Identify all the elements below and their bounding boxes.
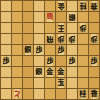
cell-8d[interactable] [12,34,22,44]
cell-8h[interactable] [12,78,22,88]
cell-4c[interactable]: 王 [56,23,66,33]
piece-sente-3f[interactable]: 歩 [67,56,77,66]
cell-4b[interactable] [56,12,66,22]
piece-sente-7e[interactable]: 銀 [23,45,33,55]
cell-2g[interactable] [78,67,88,77]
cell-1g[interactable] [89,67,99,77]
cell-7h[interactable] [23,78,33,88]
piece-sente-5g[interactable]: 金 [45,67,55,77]
piece-sente-1f[interactable]: 歩 [89,56,99,66]
cell-2d[interactable] [78,34,88,44]
cell-8a[interactable] [12,1,22,11]
shogi-board: 金桂香馬銀王歩飛歩歩歩銀歩歩歩歩歩歩銀金金玉と桂香 [0,0,100,100]
cell-9i[interactable] [1,89,11,99]
cell-7d[interactable] [23,34,33,44]
cell-8e[interactable] [12,45,22,55]
cell-4e[interactable]: 歩 [56,45,66,55]
cell-3e[interactable] [67,45,77,55]
piece-gote-2c[interactable]: 歩 [78,23,88,33]
piece-sente-9f[interactable]: 歩 [1,56,11,66]
cell-6f[interactable] [34,56,44,66]
cell-2e[interactable] [78,45,88,55]
piece-sente-4e[interactable]: 歩 [56,45,66,55]
cell-3c[interactable] [67,23,77,33]
cell-3b[interactable]: 銀 [67,12,77,22]
cell-2a[interactable]: 桂 [78,1,88,11]
piece-gote-3d[interactable]: 歩 [67,34,77,44]
piece-sente-1i[interactable]: 香 [89,89,99,99]
cell-8f[interactable] [12,56,22,66]
cell-4f[interactable] [56,56,66,66]
cell-5b[interactable]: 馬 [45,12,55,22]
cell-1d[interactable]: 歩 [89,34,99,44]
cell-1a[interactable]: 香 [89,1,99,11]
cell-7f[interactable] [23,56,33,66]
cell-6e[interactable]: 歩 [34,45,44,55]
cell-5h[interactable] [45,78,55,88]
cell-6g[interactable]: 銀 [34,67,44,77]
cell-9e[interactable] [1,45,11,55]
piece-sente-5b[interactable]: 馬 [45,12,55,22]
cell-9h[interactable] [1,78,11,88]
cell-7a[interactable] [23,1,33,11]
cell-3h[interactable] [67,78,77,88]
cell-6c[interactable] [34,23,44,33]
cell-1i[interactable]: 香 [89,89,99,99]
cell-1f[interactable]: 歩 [89,56,99,66]
cell-5f[interactable]: 歩 [45,56,55,66]
cell-1h[interactable] [89,78,99,88]
cell-3d[interactable]: 歩 [67,34,77,44]
piece-gote-1d[interactable]: 歩 [89,34,99,44]
cell-5g[interactable]: 金 [45,67,55,77]
cell-6b[interactable] [34,12,44,22]
cell-4a[interactable]: 金 [56,1,66,11]
piece-sente-6e[interactable]: 歩 [34,45,44,55]
cell-4i[interactable] [56,89,66,99]
cell-9g[interactable] [1,67,11,77]
cell-3g[interactable] [67,67,77,77]
piece-sente-4g[interactable]: 金 [56,67,66,77]
piece-gote-4c[interactable]: 王 [56,23,66,33]
cell-5a[interactable] [45,1,55,11]
cell-3a[interactable] [67,1,77,11]
piece-sente-5f[interactable]: 歩 [45,56,55,66]
cell-5i[interactable] [45,89,55,99]
piece-sente-2i[interactable]: 桂 [78,89,88,99]
cell-6a[interactable] [34,1,44,11]
cell-5d[interactable]: 飛 [45,34,55,44]
cell-2h[interactable] [78,78,88,88]
cell-9a[interactable] [1,1,11,11]
cell-7b[interactable] [23,12,33,22]
cell-1c[interactable] [89,23,99,33]
cell-3f[interactable]: 歩 [67,56,77,66]
cell-2b[interactable] [78,12,88,22]
piece-gote-4d[interactable]: 歩 [56,34,66,44]
piece-gote-8i[interactable]: と [12,89,22,99]
cell-7c[interactable] [23,23,33,33]
cell-8b[interactable] [12,12,22,22]
cell-6h[interactable] [34,78,44,88]
cell-7e[interactable]: 銀 [23,45,33,55]
cell-1b[interactable] [89,12,99,22]
cell-4d[interactable]: 歩 [56,34,66,44]
cell-7i[interactable] [23,89,33,99]
piece-gote-2a[interactable]: 桂 [78,1,88,11]
piece-gote-3b[interactable]: 銀 [67,12,77,22]
cell-6i[interactable] [34,89,44,99]
piece-sente-6g[interactable]: 銀 [34,67,44,77]
cell-2f[interactable] [78,56,88,66]
cell-5e[interactable] [45,45,55,55]
cell-4h[interactable]: 玉 [56,78,66,88]
cell-2i[interactable]: 桂 [78,89,88,99]
cell-4g[interactable]: 金 [56,67,66,77]
cell-5c[interactable] [45,23,55,33]
cell-3i[interactable] [67,89,77,99]
cell-9b[interactable] [1,12,11,22]
cell-7g[interactable] [23,67,33,77]
cell-8c[interactable] [12,23,22,33]
cell-2c[interactable]: 歩 [78,23,88,33]
piece-gote-4a[interactable]: 金 [56,1,66,11]
cell-8i[interactable]: と [12,89,22,99]
cell-9f[interactable]: 歩 [1,56,11,66]
cell-6d[interactable] [34,34,44,44]
piece-sente-4h[interactable]: 玉 [56,78,66,88]
cell-1e[interactable] [89,45,99,55]
piece-gote-5d[interactable]: 飛 [45,34,55,44]
cell-9c[interactable] [1,23,11,33]
cell-8g[interactable] [12,67,22,77]
piece-gote-1a[interactable]: 香 [89,1,99,11]
cell-9d[interactable] [1,34,11,44]
